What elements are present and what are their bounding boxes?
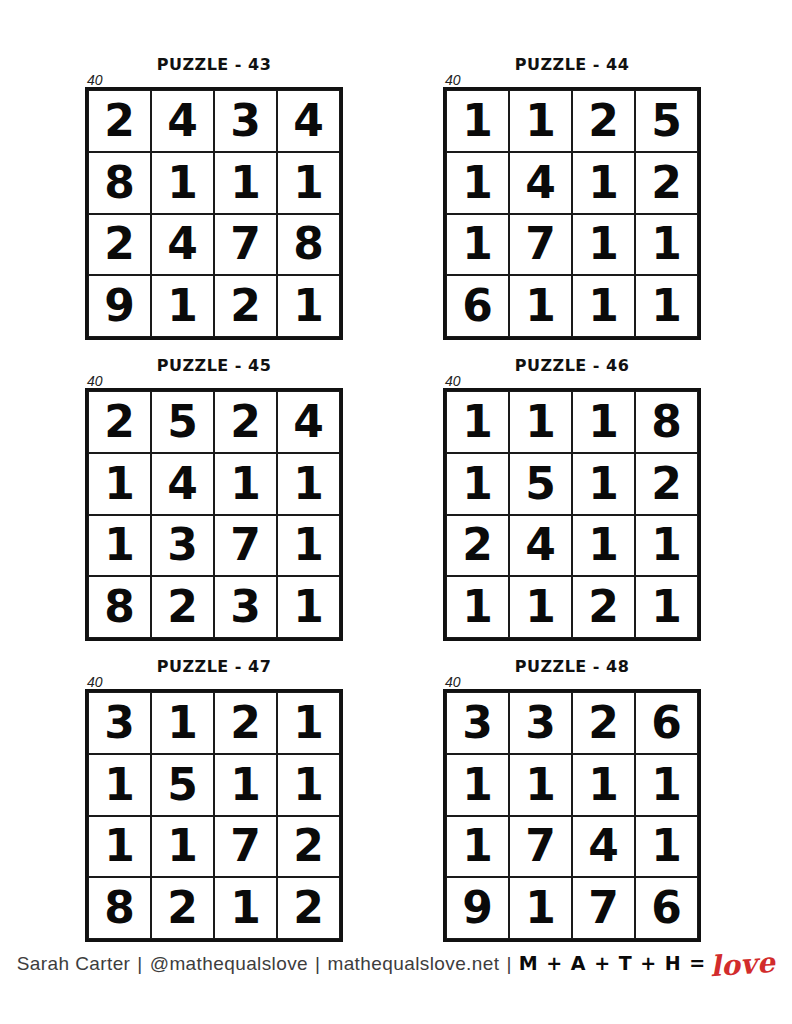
target-number-label: 40 xyxy=(443,74,701,87)
grid-cell-r4c1: 1 xyxy=(446,576,509,638)
separator: | xyxy=(499,953,518,974)
author-name: Sarah Carter xyxy=(17,953,131,974)
target-number-label: 40 xyxy=(85,74,343,87)
puzzle-grid: 2524141113718231 xyxy=(85,388,343,641)
puzzle-block-43: PUZZLE - 43402434811124789121 xyxy=(85,56,343,340)
grid-cell-r1c1: 1 xyxy=(446,391,509,453)
grid-cell-r4c3: 3 xyxy=(214,576,277,638)
grid-cell-r4c4: 1 xyxy=(635,275,698,337)
grid-cell-r1c4: 6 xyxy=(635,692,698,754)
social-handle: @mathequalslove xyxy=(150,953,308,974)
grid-cell-r2c4: 2 xyxy=(635,453,698,515)
grid-cell-r2c2: 5 xyxy=(509,453,572,515)
grid-cell-r2c1: 8 xyxy=(88,152,151,214)
puzzle-grid: 1118151224111121 xyxy=(443,388,701,641)
puzzle-title: PUZZLE - 48 xyxy=(443,658,701,676)
grid-cell-r4c4: 2 xyxy=(277,877,340,939)
grid-cell-r4c4: 1 xyxy=(277,576,340,638)
brand-love-script: love xyxy=(709,946,776,983)
grid-cell-r2c2: 1 xyxy=(509,754,572,816)
grid-cell-r4c1: 9 xyxy=(88,275,151,337)
puzzle-grid: 3326111117419176 xyxy=(443,689,701,942)
grid-cell-r2c1: 1 xyxy=(446,152,509,214)
grid-cell-r1c2: 1 xyxy=(509,90,572,152)
grid-cell-r3c3: 1 xyxy=(572,515,635,577)
grid-cell-r3c4: 1 xyxy=(635,515,698,577)
grid-cell-r4c2: 2 xyxy=(151,576,214,638)
grid-cell-r1c1: 3 xyxy=(446,692,509,754)
grid-cell-r4c2: 2 xyxy=(151,877,214,939)
website-link: mathequalslove.net xyxy=(327,953,499,974)
grid-cell-r1c4: 8 xyxy=(635,391,698,453)
grid-cell-r4c2: 1 xyxy=(509,275,572,337)
grid-cell-r3c3: 1 xyxy=(572,214,635,276)
grid-cell-r1c3: 2 xyxy=(214,692,277,754)
grid-cell-r4c3: 7 xyxy=(572,877,635,939)
grid-cell-r4c2: 1 xyxy=(151,275,214,337)
puzzle-title: PUZZLE - 45 xyxy=(85,357,343,375)
grid-cell-r4c1: 8 xyxy=(88,576,151,638)
grid-cell-r2c2: 1 xyxy=(151,152,214,214)
grid-cell-r3c4: 1 xyxy=(635,214,698,276)
grid-cell-r3c1: 1 xyxy=(88,515,151,577)
grid-cell-r1c4: 4 xyxy=(277,391,340,453)
brand-math-equation: M + A + T + H = xyxy=(519,952,706,974)
grid-cell-r2c1: 1 xyxy=(446,453,509,515)
grid-cell-r1c2: 1 xyxy=(151,692,214,754)
grid-cell-r2c4: 1 xyxy=(635,754,698,816)
grid-cell-r2c3: 1 xyxy=(214,152,277,214)
grid-cell-r1c2: 5 xyxy=(151,391,214,453)
target-number-label: 40 xyxy=(443,375,701,388)
grid-cell-r1c1: 2 xyxy=(88,391,151,453)
grid-cell-r3c1: 1 xyxy=(88,816,151,878)
puzzle-sheet: PUZZLE - 43402434811124789121PUZZLE - 44… xyxy=(85,56,701,942)
grid-cell-r1c4: 1 xyxy=(277,692,340,754)
puzzle-block-48: PUZZLE - 48403326111117419176 xyxy=(443,658,701,942)
grid-cell-r3c2: 3 xyxy=(151,515,214,577)
grid-cell-r2c4: 2 xyxy=(635,152,698,214)
puzzle-grid: 2434811124789121 xyxy=(85,87,343,340)
grid-cell-r4c2: 1 xyxy=(509,877,572,939)
grid-cell-r3c3: 7 xyxy=(214,816,277,878)
puzzle-title: PUZZLE - 47 xyxy=(85,658,343,676)
grid-cell-r2c3: 1 xyxy=(572,152,635,214)
grid-cell-r3c2: 4 xyxy=(151,214,214,276)
grid-cell-r3c4: 2 xyxy=(277,816,340,878)
grid-cell-r2c3: 1 xyxy=(214,754,277,816)
grid-cell-r4c4: 6 xyxy=(635,877,698,939)
grid-cell-r4c3: 1 xyxy=(572,275,635,337)
grid-cell-r4c1: 9 xyxy=(446,877,509,939)
puzzle-block-44: PUZZLE - 44401125141217116111 xyxy=(443,56,701,340)
grid-cell-r2c2: 4 xyxy=(509,152,572,214)
grid-cell-r4c1: 6 xyxy=(446,275,509,337)
grid-cell-r1c2: 3 xyxy=(509,692,572,754)
puzzle-title: PUZZLE - 44 xyxy=(443,56,701,74)
grid-cell-r1c1: 3 xyxy=(88,692,151,754)
target-number-label: 40 xyxy=(443,676,701,689)
grid-cell-r2c4: 1 xyxy=(277,152,340,214)
target-number-label: 40 xyxy=(85,676,343,689)
grid-cell-r4c3: 1 xyxy=(214,877,277,939)
grid-cell-r1c3: 2 xyxy=(572,90,635,152)
grid-cell-r3c4: 1 xyxy=(635,816,698,878)
grid-cell-r3c4: 8 xyxy=(277,214,340,276)
puzzle-block-46: PUZZLE - 46401118151224111121 xyxy=(443,357,701,641)
puzzle-grid: 1125141217116111 xyxy=(443,87,701,340)
puzzle-title: PUZZLE - 43 xyxy=(85,56,343,74)
grid-cell-r2c4: 1 xyxy=(277,453,340,515)
grid-cell-r3c1: 1 xyxy=(446,816,509,878)
grid-cell-r1c1: 1 xyxy=(446,90,509,152)
grid-cell-r2c4: 1 xyxy=(277,754,340,816)
grid-cell-r3c1: 2 xyxy=(446,515,509,577)
grid-cell-r1c3: 2 xyxy=(214,391,277,453)
grid-cell-r1c2: 1 xyxy=(509,391,572,453)
grid-cell-r3c2: 7 xyxy=(509,214,572,276)
grid-cell-r2c1: 1 xyxy=(446,754,509,816)
separator: | xyxy=(130,953,149,974)
puzzle-grid: 3121151111728212 xyxy=(85,689,343,942)
grid-cell-r1c3: 1 xyxy=(572,391,635,453)
grid-cell-r3c3: 7 xyxy=(214,214,277,276)
page-footer: Sarah Carter|@mathequalslove|mathequalsl… xyxy=(0,948,792,981)
grid-cell-r2c3: 1 xyxy=(214,453,277,515)
grid-cell-r4c4: 1 xyxy=(635,576,698,638)
puzzle-block-45: PUZZLE - 45402524141113718231 xyxy=(85,357,343,641)
target-number-label: 40 xyxy=(85,375,343,388)
grid-cell-r1c4: 4 xyxy=(277,90,340,152)
grid-cell-r1c3: 3 xyxy=(214,90,277,152)
grid-cell-r4c3: 2 xyxy=(572,576,635,638)
grid-cell-r3c2: 7 xyxy=(509,816,572,878)
grid-cell-r4c1: 8 xyxy=(88,877,151,939)
grid-cell-r3c1: 2 xyxy=(88,214,151,276)
grid-cell-r3c2: 4 xyxy=(509,515,572,577)
grid-cell-r3c1: 1 xyxy=(446,214,509,276)
puzzle-block-47: PUZZLE - 47403121151111728212 xyxy=(85,658,343,942)
grid-cell-r3c3: 4 xyxy=(572,816,635,878)
puzzle-title: PUZZLE - 46 xyxy=(443,357,701,375)
grid-cell-r1c1: 2 xyxy=(88,90,151,152)
grid-cell-r3c3: 7 xyxy=(214,515,277,577)
grid-cell-r2c2: 5 xyxy=(151,754,214,816)
grid-cell-r2c3: 1 xyxy=(572,754,635,816)
grid-cell-r4c4: 1 xyxy=(277,275,340,337)
grid-cell-r2c3: 1 xyxy=(572,453,635,515)
grid-cell-r4c2: 1 xyxy=(509,576,572,638)
grid-cell-r2c1: 1 xyxy=(88,453,151,515)
grid-cell-r4c3: 2 xyxy=(214,275,277,337)
separator: | xyxy=(308,953,327,974)
grid-cell-r2c2: 4 xyxy=(151,453,214,515)
grid-cell-r3c2: 1 xyxy=(151,816,214,878)
grid-cell-r1c4: 5 xyxy=(635,90,698,152)
grid-cell-r2c1: 1 xyxy=(88,754,151,816)
grid-cell-r1c2: 4 xyxy=(151,90,214,152)
grid-cell-r1c3: 2 xyxy=(572,692,635,754)
grid-cell-r3c4: 1 xyxy=(277,515,340,577)
